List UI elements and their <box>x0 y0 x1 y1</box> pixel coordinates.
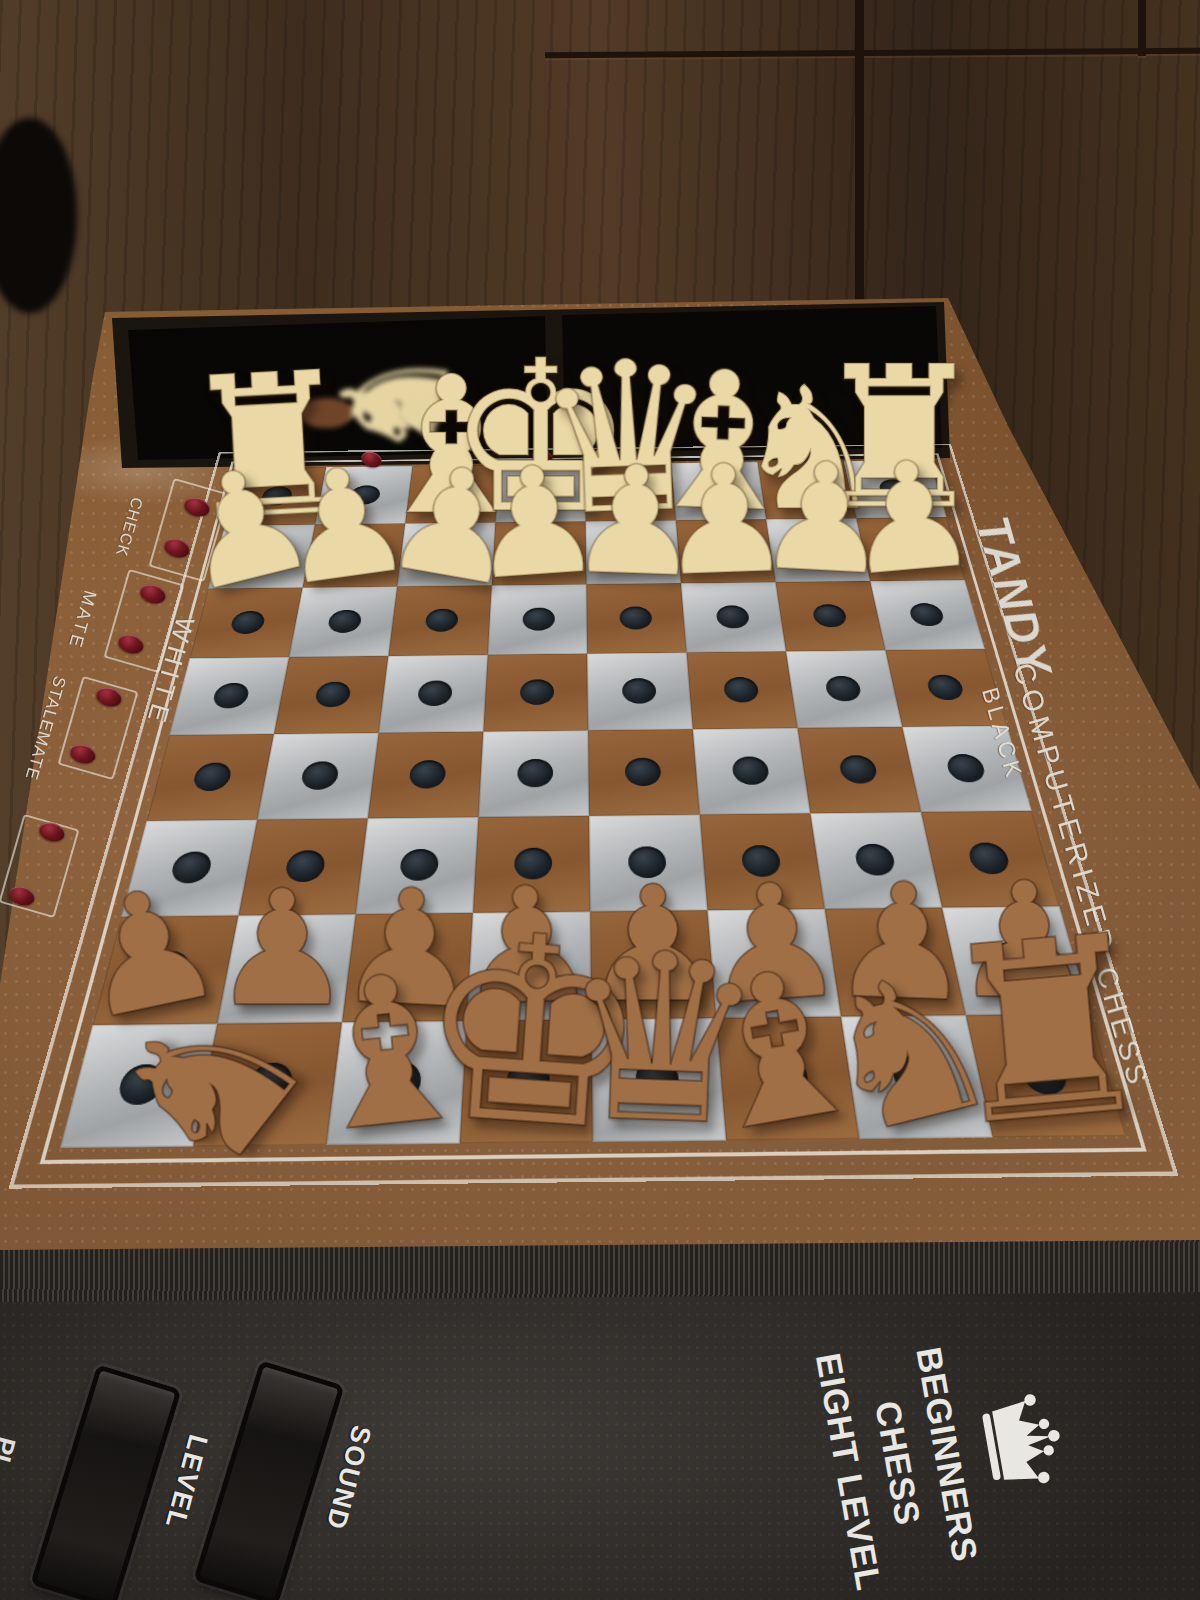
square-g5[interactable] <box>257 733 378 820</box>
square-c4[interactable] <box>687 651 798 729</box>
wood-seam-short <box>1138 0 1146 56</box>
wood-seam-vertical <box>855 0 864 302</box>
square-f4[interactable] <box>379 655 488 733</box>
crown-icon <box>972 1387 1069 1496</box>
square-h4[interactable] <box>169 657 289 735</box>
wood-seam-horizontal <box>545 48 1200 59</box>
white-pawn-a2[interactable]: ♟ <box>837 437 984 598</box>
square-f5[interactable] <box>368 732 484 819</box>
square-e4[interactable] <box>483 654 588 732</box>
square-c5[interactable] <box>693 728 811 815</box>
photo-stage: ♞ CHECK MATE STALEMATE WHITE TANDY COMPU… <box>0 0 1200 1600</box>
square-h5[interactable] <box>147 734 274 821</box>
square-e5[interactable] <box>478 730 589 817</box>
square-b5[interactable] <box>798 727 922 814</box>
brown-rook-a8[interactable]: ♜ <box>928 900 1167 1162</box>
console-title-block: BEGINNERS CHESS EIGHT LEVEL <box>804 1297 1085 1600</box>
dark-object-top-left <box>0 118 77 313</box>
square-b4[interactable] <box>786 650 902 728</box>
square-d4[interactable] <box>587 653 693 731</box>
square-g4[interactable] <box>274 656 388 734</box>
square-d5[interactable] <box>588 729 700 816</box>
